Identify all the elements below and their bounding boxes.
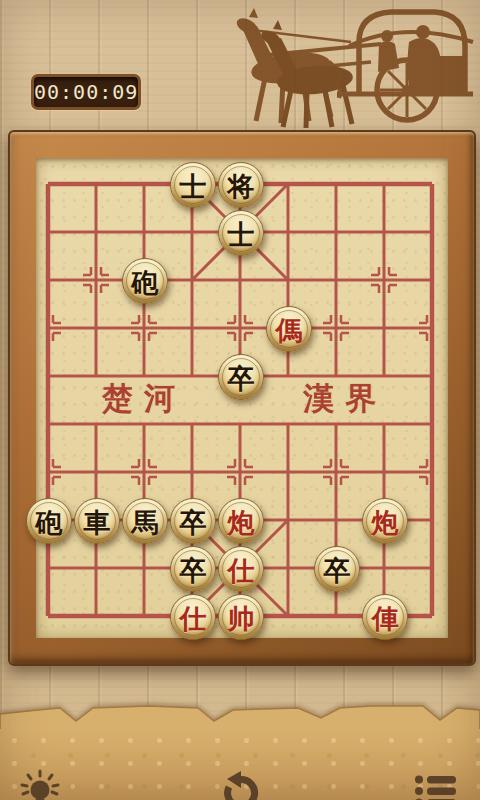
piece-red-16[interactable]: 帅 bbox=[218, 594, 264, 640]
piece-glyph: 将 bbox=[228, 173, 255, 200]
xiangqi-board[interactable]: 楚河 漢界 士将士砲傌卒砲車馬卒炮炮卒仕卒仕帅俥 bbox=[8, 130, 476, 666]
piece-black-8[interactable]: 馬 bbox=[122, 498, 168, 544]
piece-glyph: 砲 bbox=[36, 509, 63, 536]
piece-red-11[interactable]: 炮 bbox=[362, 498, 408, 544]
piece-glyph: 仕 bbox=[228, 557, 255, 584]
piece-black-6[interactable]: 砲 bbox=[26, 498, 72, 544]
piece-black-2[interactable]: 士 bbox=[218, 210, 264, 256]
piece-glyph: 士 bbox=[228, 221, 255, 248]
torn-paper-edge bbox=[0, 700, 480, 730]
undo-button[interactable] bbox=[212, 763, 268, 800]
piece-black-9[interactable]: 卒 bbox=[170, 498, 216, 544]
bottom-toolbar bbox=[0, 729, 480, 800]
list-menu-icon bbox=[414, 773, 458, 800]
piece-red-13[interactable]: 仕 bbox=[218, 546, 264, 592]
piece-red-10[interactable]: 炮 bbox=[218, 498, 264, 544]
piece-black-14[interactable]: 卒 bbox=[314, 546, 360, 592]
piece-black-1[interactable]: 将 bbox=[218, 162, 264, 208]
piece-glyph: 俥 bbox=[372, 605, 399, 632]
game-timer: 00:00:09 bbox=[31, 74, 141, 110]
piece-glyph: 車 bbox=[84, 509, 111, 536]
piece-glyph: 卒 bbox=[180, 509, 207, 536]
piece-red-4[interactable]: 傌 bbox=[266, 306, 312, 352]
undo-arrow-icon bbox=[217, 768, 263, 800]
piece-black-3[interactable]: 砲 bbox=[122, 258, 168, 304]
timer-value: 00:00:09 bbox=[34, 80, 138, 104]
piece-glyph: 帅 bbox=[228, 605, 255, 632]
piece-glyph: 卒 bbox=[180, 557, 207, 584]
xiangqi-app-screen: 00:00:09 bbox=[0, 0, 480, 800]
piece-glyph: 仕 bbox=[180, 605, 207, 632]
piece-glyph: 炮 bbox=[372, 509, 399, 536]
piece-black-12[interactable]: 卒 bbox=[170, 546, 216, 592]
piece-glyph: 傌 bbox=[276, 317, 303, 344]
piece-glyph: 士 bbox=[180, 173, 207, 200]
board-surface[interactable]: 楚河 漢界 士将士砲傌卒砲車馬卒炮炮卒仕卒仕帅俥 bbox=[36, 158, 448, 638]
piece-black-0[interactable]: 士 bbox=[170, 162, 216, 208]
piece-glyph: 卒 bbox=[228, 365, 255, 392]
lightbulb-icon bbox=[17, 768, 63, 800]
piece-red-15[interactable]: 仕 bbox=[170, 594, 216, 640]
piece-glyph: 馬 bbox=[132, 509, 159, 536]
piece-red-17[interactable]: 俥 bbox=[362, 594, 408, 640]
piece-black-5[interactable]: 卒 bbox=[218, 354, 264, 400]
horse-carriage-carving bbox=[198, 0, 480, 130]
piece-glyph: 砲 bbox=[132, 269, 159, 296]
piece-glyph: 卒 bbox=[324, 557, 351, 584]
hint-button[interactable] bbox=[12, 763, 68, 800]
piece-glyph: 炮 bbox=[228, 509, 255, 536]
piece-black-7[interactable]: 車 bbox=[74, 498, 120, 544]
menu-button[interactable] bbox=[408, 763, 464, 800]
